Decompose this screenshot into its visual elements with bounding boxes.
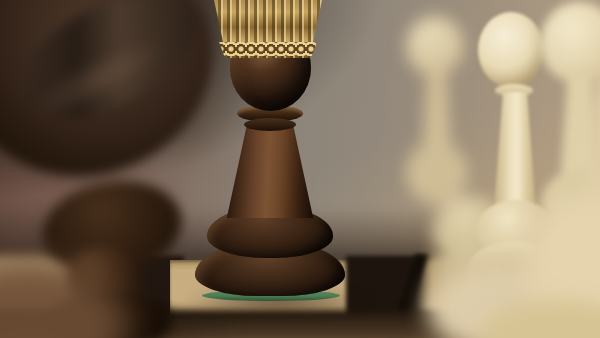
pawn-collar-lip <box>244 118 296 131</box>
chess-macro-photo <box>0 0 600 338</box>
white-pawn-rank-right <box>330 0 600 338</box>
gold-crown-bead-band <box>216 42 320 56</box>
pawn-neck <box>225 122 315 218</box>
